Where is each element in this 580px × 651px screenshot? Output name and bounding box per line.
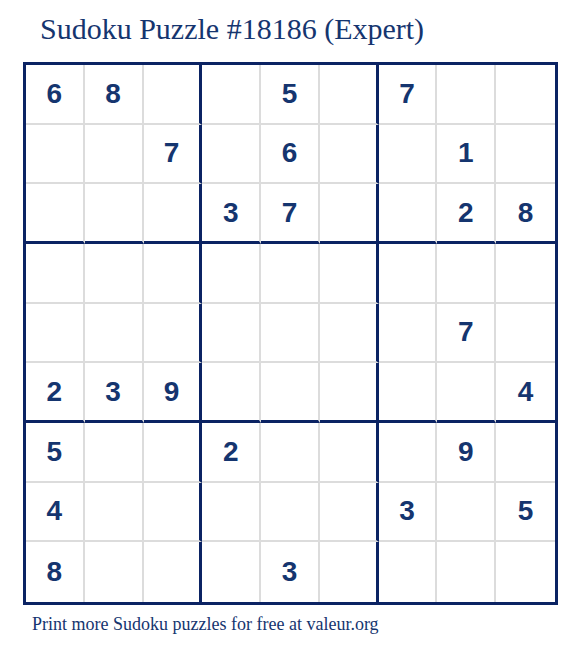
cell-r1c9 (496, 65, 555, 125)
cell-r4c3 (144, 244, 203, 304)
cell-r6c3: 9 (144, 363, 203, 423)
cell-r7c6 (320, 423, 379, 483)
cell-r9c1: 8 (26, 542, 85, 602)
cell-r7c9 (496, 423, 555, 483)
cell-r7c1: 5 (26, 423, 85, 483)
cell-r3c5: 7 (261, 184, 320, 244)
cell-r6c9: 4 (496, 363, 555, 423)
cell-r2c5: 6 (261, 125, 320, 185)
cell-r6c5 (261, 363, 320, 423)
cell-r9c5: 3 (261, 542, 320, 602)
cell-r6c4 (202, 363, 261, 423)
cell-r5c7 (379, 304, 438, 364)
cell-r7c5 (261, 423, 320, 483)
cell-r1c6 (320, 65, 379, 125)
cell-r3c3 (144, 184, 203, 244)
cell-r3c6 (320, 184, 379, 244)
cell-r5c4 (202, 304, 261, 364)
cell-r5c2 (85, 304, 144, 364)
cell-r1c3 (144, 65, 203, 125)
cell-r9c9 (496, 542, 555, 602)
cell-r3c9: 8 (496, 184, 555, 244)
cell-r2c2 (85, 125, 144, 185)
cell-r7c3 (144, 423, 203, 483)
cell-r5c9 (496, 304, 555, 364)
cell-r1c7: 7 (379, 65, 438, 125)
cell-r7c8: 9 (437, 423, 496, 483)
cell-r5c3 (144, 304, 203, 364)
cell-r5c8: 7 (437, 304, 496, 364)
cell-r6c7 (379, 363, 438, 423)
cell-r8c5 (261, 483, 320, 543)
cell-r3c2 (85, 184, 144, 244)
cell-r2c4 (202, 125, 261, 185)
cell-r4c1 (26, 244, 85, 304)
cell-r8c4 (202, 483, 261, 543)
cell-r1c5: 5 (261, 65, 320, 125)
cell-r9c2 (85, 542, 144, 602)
cell-r7c7 (379, 423, 438, 483)
cell-r2c9 (496, 125, 555, 185)
cell-r8c9: 5 (496, 483, 555, 543)
cell-r4c2 (85, 244, 144, 304)
cell-r1c8 (437, 65, 496, 125)
cell-r1c2: 8 (85, 65, 144, 125)
cell-r8c1: 4 (26, 483, 85, 543)
cell-r1c4 (202, 65, 261, 125)
sudoku-page: Sudoku Puzzle #18186 (Expert) 6857761372… (0, 0, 580, 651)
footer-text: Print more Sudoku puzzles for free at va… (32, 614, 379, 635)
cell-r7c4: 2 (202, 423, 261, 483)
cell-r8c6 (320, 483, 379, 543)
cell-r2c8: 1 (437, 125, 496, 185)
page-title: Sudoku Puzzle #18186 (Expert) (40, 12, 424, 46)
cell-r4c6 (320, 244, 379, 304)
cell-r6c2: 3 (85, 363, 144, 423)
cell-r2c3: 7 (144, 125, 203, 185)
cell-r4c9 (496, 244, 555, 304)
cell-r9c3 (144, 542, 203, 602)
cell-r9c7 (379, 542, 438, 602)
cell-r7c2 (85, 423, 144, 483)
cell-r9c4 (202, 542, 261, 602)
cell-r6c8 (437, 363, 496, 423)
cell-r8c7: 3 (379, 483, 438, 543)
cell-r5c1 (26, 304, 85, 364)
cell-r9c6 (320, 542, 379, 602)
cell-r4c5 (261, 244, 320, 304)
cell-r3c7 (379, 184, 438, 244)
cell-r5c6 (320, 304, 379, 364)
cell-r6c6 (320, 363, 379, 423)
cell-r2c1 (26, 125, 85, 185)
cell-r4c8 (437, 244, 496, 304)
cell-r6c1: 2 (26, 363, 85, 423)
cell-r9c8 (437, 542, 496, 602)
cell-r8c2 (85, 483, 144, 543)
cell-r3c4: 3 (202, 184, 261, 244)
sudoku-board: 685776137287239452943583 (23, 62, 558, 605)
cell-r2c6 (320, 125, 379, 185)
cell-r8c3 (144, 483, 203, 543)
cell-r5c5 (261, 304, 320, 364)
cell-r4c4 (202, 244, 261, 304)
cell-r8c8 (437, 483, 496, 543)
cell-r4c7 (379, 244, 438, 304)
cell-r1c1: 6 (26, 65, 85, 125)
cell-r2c7 (379, 125, 438, 185)
cell-r3c1 (26, 184, 85, 244)
cell-r3c8: 2 (437, 184, 496, 244)
